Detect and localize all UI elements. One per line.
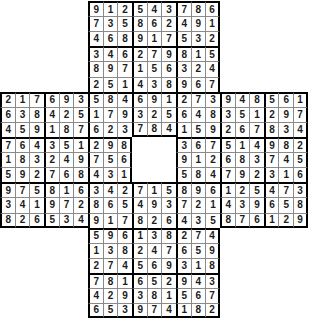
cell-r5-c11[interactable]: 5	[147, 61, 162, 76]
cell-r7-c16[interactable]: 9	[220, 92, 235, 107]
cell-r9-c17[interactable]: 6	[235, 122, 250, 137]
cell-r12-c8[interactable]: 3	[103, 167, 118, 182]
cell-r15-c3[interactable]: 6	[29, 213, 44, 228]
cell-r8-c4[interactable]: 4	[44, 107, 59, 122]
cell-r19-c15[interactable]: 3	[205, 273, 220, 288]
cell-r13-c9[interactable]: 2	[117, 182, 132, 197]
cell-r11-c18[interactable]: 3	[249, 152, 264, 167]
cell-r6-c13[interactable]: 9	[176, 77, 191, 92]
cell-r14-c10[interactable]: 4	[132, 197, 147, 212]
cell-r12-c20[interactable]: 1	[278, 167, 293, 182]
cell-r10-c9[interactable]: 8	[117, 137, 132, 152]
cell-r12-c3[interactable]: 2	[29, 167, 44, 182]
cell-r5-c13[interactable]: 3	[176, 61, 191, 76]
cell-r5-c10[interactable]: 1	[132, 61, 147, 76]
cell-r16-c8[interactable]: 9	[103, 228, 118, 243]
cell-r13-c3[interactable]: 5	[29, 182, 44, 197]
cell-r15-c16[interactable]: 8	[220, 213, 235, 228]
cell-r4-c7[interactable]: 3	[88, 46, 103, 61]
cell-r14-c7[interactable]: 8	[88, 197, 103, 212]
cell-r17-c9[interactable]: 8	[117, 243, 132, 258]
cell-r11-c21[interactable]: 5	[293, 152, 308, 167]
cell-r13-c2[interactable]: 7	[15, 182, 30, 197]
cell-r21-c15[interactable]: 2	[205, 303, 220, 318]
cell-r15-c4[interactable]: 5	[44, 213, 59, 228]
cell-r15-c7[interactable]: 9	[88, 213, 103, 228]
cell-r9-c3[interactable]: 9	[29, 122, 44, 137]
cell-r9-c21[interactable]: 4	[293, 122, 308, 137]
cell-r4-c9[interactable]: 6	[117, 46, 132, 61]
cell-r20-c11[interactable]: 8	[147, 288, 162, 303]
cell-r9-c14[interactable]: 5	[191, 122, 206, 137]
cell-r11-c4[interactable]: 2	[44, 152, 59, 167]
cell-r14-c3[interactable]: 1	[29, 197, 44, 212]
cell-r19-c13[interactable]: 9	[176, 273, 191, 288]
cell-r12-c17[interactable]: 9	[235, 167, 250, 182]
cell-r15-c8[interactable]: 1	[103, 213, 118, 228]
cell-r17-c14[interactable]: 5	[191, 243, 206, 258]
cell-r19-c8[interactable]: 8	[103, 273, 118, 288]
cell-r15-c12[interactable]: 6	[161, 213, 176, 228]
cell-r10-c15[interactable]: 7	[205, 137, 220, 152]
cell-r9-c20[interactable]: 3	[278, 122, 293, 137]
cell-r17-c12[interactable]: 7	[161, 243, 176, 258]
cell-r6-c11[interactable]: 3	[147, 77, 162, 92]
cell-r3-c8[interactable]: 6	[103, 31, 118, 46]
cell-r3-c9[interactable]: 8	[117, 31, 132, 46]
cell-r16-c7[interactable]: 5	[88, 228, 103, 243]
cell-r14-c12[interactable]: 3	[161, 197, 176, 212]
cell-r21-c9[interactable]: 3	[117, 303, 132, 318]
cell-r12-c4[interactable]: 7	[44, 167, 59, 182]
cell-r14-c8[interactable]: 6	[103, 197, 118, 212]
cell-r7-c9[interactable]: 4	[117, 92, 132, 107]
cell-r7-c8[interactable]: 8	[103, 92, 118, 107]
cell-r6-c9[interactable]: 1	[117, 77, 132, 92]
cell-r4-c8[interactable]: 4	[103, 46, 118, 61]
cell-r5-c7[interactable]: 8	[88, 61, 103, 76]
cell-r7-c6[interactable]: 3	[73, 92, 88, 107]
cell-r1-c15[interactable]: 6	[205, 1, 220, 16]
cell-r19-c9[interactable]: 1	[117, 273, 132, 288]
cell-r10-c20[interactable]: 8	[278, 137, 293, 152]
cell-r7-c1[interactable]: 2	[0, 92, 15, 107]
cell-r8-c17[interactable]: 5	[235, 107, 250, 122]
cell-r1-c13[interactable]: 7	[176, 1, 191, 16]
cell-r11-c7[interactable]: 7	[88, 152, 103, 167]
cell-r20-c15[interactable]: 7	[205, 288, 220, 303]
cell-r9-c7[interactable]: 6	[88, 122, 103, 137]
cell-r8-c10[interactable]: 3	[132, 107, 147, 122]
cell-r10-c16[interactable]: 5	[220, 137, 235, 152]
cell-r20-c10[interactable]: 3	[132, 288, 147, 303]
cell-r8-c3[interactable]: 8	[29, 107, 44, 122]
cell-r2-c9[interactable]: 5	[117, 16, 132, 31]
cell-r13-c7[interactable]: 3	[88, 182, 103, 197]
cell-r13-c15[interactable]: 6	[205, 182, 220, 197]
cell-r15-c13[interactable]: 4	[176, 213, 191, 228]
cell-r20-c12[interactable]: 1	[161, 288, 176, 303]
cell-r7-c14[interactable]: 7	[191, 92, 206, 107]
cell-r13-c19[interactable]: 4	[264, 182, 279, 197]
cell-r19-c12[interactable]: 2	[161, 273, 176, 288]
cell-r11-c5[interactable]: 4	[59, 152, 74, 167]
cell-r14-c15[interactable]: 1	[205, 197, 220, 212]
cell-r5-c14[interactable]: 2	[191, 61, 206, 76]
cell-r20-c14[interactable]: 6	[191, 288, 206, 303]
cell-r12-c6[interactable]: 8	[73, 167, 88, 182]
cell-r8-c21[interactable]: 7	[293, 107, 308, 122]
cell-r10-c1[interactable]: 7	[0, 137, 15, 152]
cell-r15-c1[interactable]: 8	[0, 213, 15, 228]
cell-r10-c21[interactable]: 2	[293, 137, 308, 152]
cell-r15-c9[interactable]: 7	[117, 213, 132, 228]
cell-r21-c14[interactable]: 8	[191, 303, 206, 318]
cell-r21-c8[interactable]: 5	[103, 303, 118, 318]
sudoku-board: 9125437867358624914689175323462798158971…	[0, 1, 308, 318]
cell-r17-c15[interactable]: 9	[205, 243, 220, 258]
cell-r3-c14[interactable]: 3	[191, 31, 206, 46]
cell-r8-c11[interactable]: 2	[147, 107, 162, 122]
cell-r14-c18[interactable]: 9	[249, 197, 264, 212]
cell-r1-c8[interactable]: 1	[103, 1, 118, 16]
cell-r9-c10[interactable]: 7	[132, 122, 147, 137]
samurai-sudoku-page: 9125437867358624914689175323462798158971…	[0, 0, 309, 320]
cell-r18-c9[interactable]: 4	[117, 258, 132, 273]
cell-r9-c11[interactable]: 8	[147, 122, 162, 137]
cell-r11-c14[interactable]: 1	[191, 152, 206, 167]
cell-r11-c9[interactable]: 6	[117, 152, 132, 167]
cell-r8-c5[interactable]: 2	[59, 107, 74, 122]
cell-r7-c2[interactable]: 1	[15, 92, 30, 107]
cell-r4-c11[interactable]: 7	[147, 46, 162, 61]
cell-r10-c7[interactable]: 2	[88, 137, 103, 152]
cell-r9-c8[interactable]: 2	[103, 122, 118, 137]
cell-r12-c2[interactable]: 9	[15, 167, 30, 182]
cell-r16-c14[interactable]: 7	[191, 228, 206, 243]
cell-r1-c9[interactable]: 2	[117, 1, 132, 16]
cell-r7-c18[interactable]: 8	[249, 92, 264, 107]
cell-r7-c20[interactable]: 6	[278, 92, 293, 107]
cell-r4-c13[interactable]: 8	[176, 46, 191, 61]
cell-r13-c16[interactable]: 1	[220, 182, 235, 197]
cell-r9-c1[interactable]: 4	[0, 122, 15, 137]
cell-r4-c10[interactable]: 2	[132, 46, 147, 61]
cell-r10-c5[interactable]: 5	[59, 137, 74, 152]
cell-r3-c15[interactable]: 2	[205, 31, 220, 46]
cell-r18-c11[interactable]: 6	[147, 258, 162, 273]
cell-r3-c7[interactable]: 4	[88, 31, 103, 46]
cell-r5-c12[interactable]: 6	[161, 61, 176, 76]
cell-r19-c10[interactable]: 6	[132, 273, 147, 288]
cell-r16-c13[interactable]: 2	[176, 228, 191, 243]
cell-r10-c17[interactable]: 1	[235, 137, 250, 152]
cell-r18-c10[interactable]: 5	[132, 258, 147, 273]
cell-r10-c3[interactable]: 4	[29, 137, 44, 152]
cell-r20-c9[interactable]: 9	[117, 288, 132, 303]
cell-r17-c10[interactable]: 2	[132, 243, 147, 258]
cell-r7-c11[interactable]: 9	[147, 92, 162, 107]
cell-r18-c8[interactable]: 7	[103, 258, 118, 273]
cell-r13-c5[interactable]: 1	[59, 182, 74, 197]
cell-r11-c8[interactable]: 5	[103, 152, 118, 167]
cell-r19-c14[interactable]: 4	[191, 273, 206, 288]
cell-r14-c20[interactable]: 5	[278, 197, 293, 212]
cell-r4-c12[interactable]: 9	[161, 46, 176, 61]
cell-r9-c6[interactable]: 7	[73, 122, 88, 137]
cell-r9-c16[interactable]: 2	[220, 122, 235, 137]
cell-r9-c9[interactable]: 3	[117, 122, 132, 137]
cell-r3-c10[interactable]: 9	[132, 31, 147, 46]
cell-r7-c21[interactable]: 1	[293, 92, 308, 107]
cell-r21-c12[interactable]: 4	[161, 303, 176, 318]
cell-r13-c18[interactable]: 5	[249, 182, 264, 197]
cell-r2-c14[interactable]: 9	[191, 16, 206, 31]
cell-r8-c18[interactable]: 1	[249, 107, 264, 122]
cell-r6-c12[interactable]: 8	[161, 77, 176, 92]
cell-r15-c6[interactable]: 4	[73, 213, 88, 228]
cell-r8-c2[interactable]: 3	[15, 107, 30, 122]
cell-r7-c15[interactable]: 3	[205, 92, 220, 107]
cell-r2-c12[interactable]: 2	[161, 16, 176, 31]
cell-r15-c17[interactable]: 7	[235, 213, 250, 228]
cell-r13-c8[interactable]: 4	[103, 182, 118, 197]
cell-r12-c9[interactable]: 1	[117, 167, 132, 182]
cell-r13-c6[interactable]: 6	[73, 182, 88, 197]
cell-r9-c5[interactable]: 8	[59, 122, 74, 137]
cell-r14-c4[interactable]: 9	[44, 197, 59, 212]
cell-r15-c15[interactable]: 5	[205, 213, 220, 228]
cell-r19-c7[interactable]: 7	[88, 273, 103, 288]
cell-r2-c15[interactable]: 1	[205, 16, 220, 31]
cell-r20-c8[interactable]: 2	[103, 288, 118, 303]
cell-r13-c1[interactable]: 9	[0, 182, 15, 197]
cell-r12-c14[interactable]: 8	[191, 167, 206, 182]
cell-r2-c10[interactable]: 8	[132, 16, 147, 31]
cell-r12-c13[interactable]: 5	[176, 167, 191, 182]
cell-r14-c21[interactable]: 8	[293, 197, 308, 212]
cell-r11-c19[interactable]: 7	[264, 152, 279, 167]
cell-r2-c8[interactable]: 3	[103, 16, 118, 31]
cell-r8-c8[interactable]: 7	[103, 107, 118, 122]
cell-r13-c20[interactable]: 7	[278, 182, 293, 197]
cell-r11-c15[interactable]: 2	[205, 152, 220, 167]
cell-r15-c19[interactable]: 1	[264, 213, 279, 228]
cell-r14-c1[interactable]: 3	[0, 197, 15, 212]
cell-r7-c5[interactable]: 9	[59, 92, 74, 107]
cell-r11-c2[interactable]: 8	[15, 152, 30, 167]
cell-r11-c13[interactable]: 9	[176, 152, 191, 167]
cell-r9-c15[interactable]: 9	[205, 122, 220, 137]
cell-r13-c11[interactable]: 1	[147, 182, 162, 197]
cell-r17-c8[interactable]: 3	[103, 243, 118, 258]
cell-r8-c19[interactable]: 2	[264, 107, 279, 122]
cell-r10-c13[interactable]: 3	[176, 137, 191, 152]
cell-r14-c13[interactable]: 7	[176, 197, 191, 212]
cell-r18-c7[interactable]: 2	[88, 258, 103, 273]
cell-r14-c14[interactable]: 2	[191, 197, 206, 212]
cell-r18-c13[interactable]: 3	[176, 258, 191, 273]
cell-r8-c16[interactable]: 3	[220, 107, 235, 122]
cell-r13-c4[interactable]: 8	[44, 182, 59, 197]
cell-r13-c13[interactable]: 8	[176, 182, 191, 197]
cell-r14-c17[interactable]: 3	[235, 197, 250, 212]
cell-r18-c12[interactable]: 9	[161, 258, 176, 273]
cell-r15-c2[interactable]: 2	[15, 213, 30, 228]
cell-r16-c11[interactable]: 3	[147, 228, 162, 243]
cell-r8-c7[interactable]: 1	[88, 107, 103, 122]
cell-r9-c19[interactable]: 8	[264, 122, 279, 137]
cell-r11-c1[interactable]: 1	[0, 152, 15, 167]
cell-r8-c6[interactable]: 5	[73, 107, 88, 122]
cell-r13-c17[interactable]: 2	[235, 182, 250, 197]
cell-r16-c12[interactable]: 8	[161, 228, 176, 243]
cell-r11-c20[interactable]: 4	[278, 152, 293, 167]
cell-r11-c3[interactable]: 3	[29, 152, 44, 167]
cell-r9-c2[interactable]: 5	[15, 122, 30, 137]
cell-r15-c20[interactable]: 2	[278, 213, 293, 228]
cell-r1-c7[interactable]: 9	[88, 1, 103, 16]
cell-r15-c10[interactable]: 8	[132, 213, 147, 228]
cell-r21-c13[interactable]: 1	[176, 303, 191, 318]
cell-r7-c3[interactable]: 7	[29, 92, 44, 107]
cell-r5-c8[interactable]: 9	[103, 61, 118, 76]
cell-r14-c16[interactable]: 4	[220, 197, 235, 212]
cell-r10-c8[interactable]: 9	[103, 137, 118, 152]
cell-r13-c12[interactable]: 5	[161, 182, 176, 197]
cell-r8-c13[interactable]: 6	[176, 107, 191, 122]
cell-r8-c1[interactable]: 6	[0, 107, 15, 122]
cell-r14-c19[interactable]: 6	[264, 197, 279, 212]
cell-r16-c15[interactable]: 4	[205, 228, 220, 243]
cell-r1-c11[interactable]: 4	[147, 1, 162, 16]
cell-r12-c18[interactable]: 2	[249, 167, 264, 182]
cell-r12-c15[interactable]: 4	[205, 167, 220, 182]
cell-r7-c13[interactable]: 2	[176, 92, 191, 107]
cell-r3-c13[interactable]: 5	[176, 31, 191, 46]
cell-r1-c14[interactable]: 8	[191, 1, 206, 16]
cell-r11-c6[interactable]: 9	[73, 152, 88, 167]
cell-r18-c15[interactable]: 8	[205, 258, 220, 273]
cell-r11-c16[interactable]: 6	[220, 152, 235, 167]
cell-r11-c17[interactable]: 8	[235, 152, 250, 167]
cell-r14-c2[interactable]: 4	[15, 197, 30, 212]
cell-r5-c9[interactable]: 7	[117, 61, 132, 76]
cell-r6-c10[interactable]: 4	[132, 77, 147, 92]
cell-r8-c20[interactable]: 9	[278, 107, 293, 122]
cell-r4-c15[interactable]: 5	[205, 46, 220, 61]
cell-r8-c15[interactable]: 8	[205, 107, 220, 122]
cell-r1-c12[interactable]: 3	[161, 1, 176, 16]
cell-r7-c4[interactable]: 6	[44, 92, 59, 107]
cell-r6-c8[interactable]: 5	[103, 77, 118, 92]
cell-r7-c10[interactable]: 6	[132, 92, 147, 107]
cell-r9-c13[interactable]: 1	[176, 122, 191, 137]
cell-r15-c21[interactable]: 9	[293, 213, 308, 228]
cell-r7-c12[interactable]: 1	[161, 92, 176, 107]
cell-r8-c9[interactable]: 9	[117, 107, 132, 122]
cell-r10-c2[interactable]: 6	[15, 137, 30, 152]
cell-r7-c19[interactable]: 5	[264, 92, 279, 107]
cell-r20-c7[interactable]: 4	[88, 288, 103, 303]
cell-r15-c11[interactable]: 2	[147, 213, 162, 228]
cell-r7-c17[interactable]: 4	[235, 92, 250, 107]
cell-r12-c5[interactable]: 6	[59, 167, 74, 182]
cell-r14-c11[interactable]: 9	[147, 197, 162, 212]
cell-r10-c4[interactable]: 3	[44, 137, 59, 152]
cell-r9-c18[interactable]: 7	[249, 122, 264, 137]
cell-r9-c12[interactable]: 4	[161, 122, 176, 137]
cell-r10-c18[interactable]: 4	[249, 137, 264, 152]
cell-r20-c13[interactable]: 5	[176, 288, 191, 303]
cell-r14-c6[interactable]: 2	[73, 197, 88, 212]
cell-r2-c11[interactable]: 6	[147, 16, 162, 31]
cell-r19-c11[interactable]: 5	[147, 273, 162, 288]
cell-r4-c14[interactable]: 1	[191, 46, 206, 61]
cell-r15-c14[interactable]: 3	[191, 213, 206, 228]
cell-r14-c9[interactable]: 5	[117, 197, 132, 212]
cell-r7-c7[interactable]: 5	[88, 92, 103, 107]
cell-r10-c6[interactable]: 1	[73, 137, 88, 152]
cell-r21-c10[interactable]: 9	[132, 303, 147, 318]
cell-r6-c7[interactable]: 2	[88, 77, 103, 92]
cell-r6-c14[interactable]: 6	[191, 77, 206, 92]
cell-r13-c21[interactable]: 3	[293, 182, 308, 197]
cell-r10-c19[interactable]: 9	[264, 137, 279, 152]
cell-r9-c4[interactable]: 1	[44, 122, 59, 137]
cell-r17-c7[interactable]: 1	[88, 243, 103, 258]
cell-r21-c11[interactable]: 7	[147, 303, 162, 318]
cell-r2-c7[interactable]: 7	[88, 16, 103, 31]
cell-r13-c14[interactable]: 9	[191, 182, 206, 197]
cell-r2-c13[interactable]: 4	[176, 16, 191, 31]
cell-r12-c21[interactable]: 6	[293, 167, 308, 182]
cell-r14-c5[interactable]: 7	[59, 197, 74, 212]
cell-r16-c10[interactable]: 1	[132, 228, 147, 243]
cell-r15-c5[interactable]: 3	[59, 213, 74, 228]
cell-r3-c11[interactable]: 1	[147, 31, 162, 46]
cell-r8-c14[interactable]: 4	[191, 107, 206, 122]
cell-r3-c12[interactable]: 7	[161, 31, 176, 46]
cell-r17-c11[interactable]: 4	[147, 243, 162, 258]
cell-r18-c14[interactable]: 1	[191, 258, 206, 273]
cell-r5-c15[interactable]: 4	[205, 61, 220, 76]
cell-r16-c9[interactable]: 6	[117, 228, 132, 243]
cell-r15-c18[interactable]: 6	[249, 213, 264, 228]
cell-r12-c1[interactable]: 5	[0, 167, 15, 182]
cell-r10-c14[interactable]: 6	[191, 137, 206, 152]
cell-r12-c19[interactable]: 3	[264, 167, 279, 182]
cell-r8-c12[interactable]: 5	[161, 107, 176, 122]
cell-r12-c7[interactable]: 4	[88, 167, 103, 182]
cell-r13-c10[interactable]: 7	[132, 182, 147, 197]
cell-r1-c10[interactable]: 5	[132, 1, 147, 16]
cell-r17-c13[interactable]: 6	[176, 243, 191, 258]
cell-r21-c7[interactable]: 6	[88, 303, 103, 318]
cell-r12-c16[interactable]: 7	[220, 167, 235, 182]
cell-r6-c15[interactable]: 7	[205, 77, 220, 92]
